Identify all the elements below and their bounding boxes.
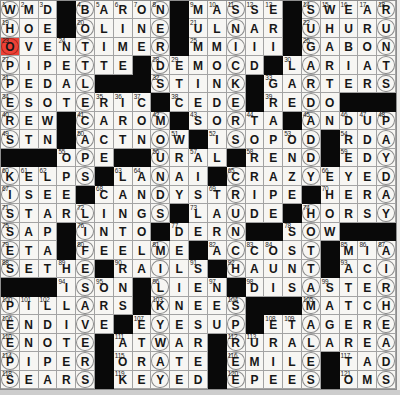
cell-r18c18[interactable]: G xyxy=(321,315,340,333)
cell-r1c21[interactable]: 18R xyxy=(377,1,396,19)
cell-r16c11[interactable]: E xyxy=(189,278,208,296)
cell-r9c6[interactable]: E xyxy=(95,149,114,167)
cell-r4c4[interactable]: E xyxy=(57,56,76,74)
cell-r2c9[interactable]: E xyxy=(151,19,170,37)
cell-r11c9[interactable]: D xyxy=(151,186,170,204)
cell-r14c21[interactable]: 87A xyxy=(377,241,396,259)
cell-r7c2[interactable]: E xyxy=(20,112,39,130)
cell-r3c20[interactable]: O xyxy=(358,38,377,56)
cell-r9c10[interactable]: R xyxy=(170,149,189,167)
cell-r16c7[interactable]: N xyxy=(114,278,133,296)
cell-r15c15[interactable]: U xyxy=(264,260,283,278)
cell-r17c1[interactable]: 100P xyxy=(1,297,20,315)
cell-r9c21[interactable]: Y xyxy=(377,149,396,167)
cell-r20c10[interactable]: T xyxy=(170,352,189,370)
cell-r6c3[interactable]: O xyxy=(39,93,58,111)
cell-r11c2[interactable]: S xyxy=(20,186,39,204)
cell-r19c1[interactable]: 110E xyxy=(1,334,20,352)
cell-r15c5[interactable]: E xyxy=(76,260,95,278)
cell-r16c9[interactable]: 96L xyxy=(151,278,170,296)
cell-r20c16[interactable]: L xyxy=(283,352,302,370)
cell-r20c15[interactable]: I xyxy=(264,352,283,370)
cell-r4c5[interactable]: T xyxy=(76,56,95,74)
cell-r8c16[interactable]: 53O xyxy=(283,130,302,148)
cell-r1c7[interactable]: 6R xyxy=(114,1,133,19)
cell-r7c5[interactable]: 41C xyxy=(76,112,95,130)
cell-r12c17[interactable]: 74H xyxy=(302,204,321,222)
cell-r12c5[interactable]: 72L xyxy=(76,204,95,222)
cell-r8c3[interactable]: N xyxy=(39,130,58,148)
cell-r19c15[interactable]: R xyxy=(264,334,283,352)
cell-r11c19[interactable]: E xyxy=(340,186,359,204)
cell-r2c12[interactable]: L xyxy=(208,19,227,37)
cell-r16c19[interactable]: T xyxy=(340,278,359,296)
cell-r14c3[interactable]: A xyxy=(39,241,58,259)
cell-r19c8[interactable]: T xyxy=(133,334,152,352)
cell-r18c5[interactable]: V xyxy=(76,315,95,333)
cell-r20c11[interactable]: E xyxy=(189,352,208,370)
cell-r4c3[interactable]: P xyxy=(39,56,58,74)
cell-r9c5[interactable]: P xyxy=(76,149,95,167)
cell-r1c12[interactable]: 10A xyxy=(208,1,227,19)
cell-r14c12[interactable]: 82A xyxy=(208,241,227,259)
cell-r14c17[interactable]: T xyxy=(302,241,321,259)
cell-r9c9[interactable]: 56U xyxy=(151,149,170,167)
cell-r13c7[interactable]: T xyxy=(114,223,133,241)
cell-r5c11[interactable]: I xyxy=(189,75,208,93)
cell-r5c1[interactable]: 31P xyxy=(1,75,20,93)
cell-r10c3[interactable]: 62L xyxy=(39,167,58,185)
cell-r11c4[interactable]: E xyxy=(57,186,76,204)
cell-r3c18[interactable]: A xyxy=(321,38,340,56)
cell-r8c1[interactable]: 49S xyxy=(1,130,20,148)
cell-r7c1[interactable]: 40R xyxy=(1,112,20,130)
cell-r9c17[interactable]: D xyxy=(302,149,321,167)
cell-r9c11[interactable]: 57A xyxy=(189,149,208,167)
cell-r5c13[interactable]: K xyxy=(227,75,246,93)
cell-r10c4[interactable]: P xyxy=(57,167,76,185)
cell-r17c4[interactable]: L xyxy=(57,297,76,315)
cell-r13c6[interactable]: N xyxy=(95,223,114,241)
cell-r19c20[interactable]: E xyxy=(358,334,377,352)
cell-r2c6[interactable]: L xyxy=(95,19,114,37)
cell-r18c21[interactable]: E xyxy=(377,315,396,333)
cell-r6c2[interactable]: S xyxy=(20,93,39,111)
cell-r13c3[interactable]: P xyxy=(39,223,58,241)
cell-r18c13[interactable]: P xyxy=(227,315,246,333)
cell-r20c17[interactable]: E xyxy=(302,352,321,370)
cell-r13c16[interactable]: 78S xyxy=(283,223,302,241)
cell-r11c6[interactable]: 68C xyxy=(95,186,114,204)
cell-r17c10[interactable]: N xyxy=(170,297,189,315)
cell-r8c2[interactable]: T xyxy=(20,130,39,148)
cell-r1c14[interactable]: 12S xyxy=(246,1,265,19)
cell-r13c5[interactable]: 76I xyxy=(76,223,95,241)
cell-r10c16[interactable]: Z xyxy=(283,167,302,185)
cell-r4c20[interactable]: A xyxy=(358,56,377,74)
cell-r1c9[interactable]: 8N xyxy=(151,1,170,19)
cell-r18c2[interactable]: N xyxy=(20,315,39,333)
cell-r1c6[interactable]: 5A xyxy=(95,1,114,19)
cell-r4c1[interactable]: 27P xyxy=(1,56,20,74)
cell-r3c4[interactable]: 24N xyxy=(57,38,76,56)
cell-r20c9[interactable]: A xyxy=(151,352,170,370)
cell-r2c18[interactable]: H xyxy=(321,19,340,37)
cell-r8c9[interactable]: O xyxy=(151,130,170,148)
cell-r14c9[interactable]: 81M xyxy=(151,241,170,259)
cell-r9c15[interactable]: E xyxy=(264,149,283,167)
cell-r8c21[interactable]: A xyxy=(377,130,396,148)
cell-r4c6[interactable]: T xyxy=(95,56,114,74)
cell-r3c12[interactable]: M xyxy=(208,38,227,56)
cell-r10c18[interactable]: 66E xyxy=(321,167,340,185)
cell-r6c8[interactable]: 37C xyxy=(133,93,152,111)
cell-r10c14[interactable]: R xyxy=(246,167,265,185)
cell-r3c3[interactable]: E xyxy=(39,38,58,56)
cell-r20c4[interactable]: E xyxy=(57,352,76,370)
cell-r15c21[interactable]: I xyxy=(377,260,396,278)
cell-r11c11[interactable]: S xyxy=(189,186,208,204)
cell-r15c20[interactable]: C xyxy=(358,260,377,278)
cell-r16c16[interactable]: S xyxy=(283,278,302,296)
cell-r4c9[interactable]: 28D xyxy=(151,56,170,74)
cell-r9c14[interactable]: 58R xyxy=(246,149,265,167)
cell-r10c15[interactable]: A xyxy=(264,167,283,185)
cell-r15c17[interactable]: T xyxy=(302,260,321,278)
cell-r1c3[interactable]: 3D xyxy=(39,1,58,19)
cell-r7c7[interactable]: R xyxy=(114,112,133,130)
cell-r18c1[interactable]: 106E xyxy=(1,315,20,333)
cell-r12c3[interactable]: A xyxy=(39,204,58,222)
cell-r14c14[interactable]: 83C xyxy=(246,241,265,259)
cell-r18c12[interactable]: U xyxy=(208,315,227,333)
cell-r17c7[interactable]: S xyxy=(114,297,133,315)
cell-r21c20[interactable]: M xyxy=(358,371,377,389)
cell-r8c7[interactable]: T xyxy=(114,130,133,148)
cell-r13c13[interactable]: N xyxy=(227,223,246,241)
cell-r7c20[interactable]: 47U xyxy=(358,112,377,130)
cell-r3c21[interactable]: N xyxy=(377,38,396,56)
cell-r2c21[interactable]: U xyxy=(377,19,396,37)
cell-r19c5[interactable]: E xyxy=(76,334,95,352)
cell-r9c20[interactable]: D xyxy=(358,149,377,167)
cell-r2c7[interactable]: I xyxy=(114,19,133,37)
cell-r15c8[interactable]: A xyxy=(133,260,152,278)
cell-r12c8[interactable]: G xyxy=(133,204,152,222)
cell-r16c20[interactable]: E xyxy=(358,278,377,296)
cell-r9c19[interactable]: 59E xyxy=(340,149,359,167)
cell-r21c19[interactable]: 121O xyxy=(340,371,359,389)
cell-r18c6[interactable]: E xyxy=(95,315,114,333)
cell-r11c8[interactable]: N xyxy=(133,186,152,204)
cell-r10c21[interactable]: D xyxy=(377,167,396,185)
cell-r6c4[interactable]: T xyxy=(57,93,76,111)
cell-r3c1[interactable]: 23O xyxy=(1,38,20,56)
cell-r5c20[interactable]: R xyxy=(358,75,377,93)
cell-r8c6[interactable]: C xyxy=(95,130,114,148)
cell-r14c19[interactable]: 85M xyxy=(340,241,359,259)
cell-r7c19[interactable]: 46D xyxy=(340,112,359,130)
cell-r1c11[interactable]: 9M xyxy=(189,1,208,19)
cell-r10c5[interactable]: S xyxy=(76,167,95,185)
cell-r19c18[interactable]: A xyxy=(321,334,340,352)
cell-r18c11[interactable]: S xyxy=(189,315,208,333)
cell-r11c15[interactable]: P xyxy=(264,186,283,204)
cell-r21c1[interactable]: 118S xyxy=(1,371,20,389)
cell-r7c3[interactable]: W xyxy=(39,112,58,130)
cell-r18c4[interactable]: I xyxy=(57,315,76,333)
cell-r4c21[interactable]: T xyxy=(377,56,396,74)
cell-r11c3[interactable]: E xyxy=(39,186,58,204)
cell-r6c7[interactable]: 36I xyxy=(114,93,133,111)
cell-r10c13[interactable]: 65C xyxy=(227,167,246,185)
cell-r19c9[interactable]: W xyxy=(151,334,170,352)
cell-r3c17[interactable]: 26G xyxy=(302,38,321,56)
cell-r3c8[interactable]: E xyxy=(133,38,152,56)
cell-r6c6[interactable]: 35R xyxy=(95,93,114,111)
cell-r7c8[interactable]: O xyxy=(133,112,152,130)
cell-r8c8[interactable]: N xyxy=(133,130,152,148)
cell-r3c6[interactable]: I xyxy=(95,38,114,56)
cell-r1c20[interactable]: 17A xyxy=(358,1,377,19)
cell-r18c8[interactable]: 107E xyxy=(133,315,152,333)
cell-r5c2[interactable]: E xyxy=(20,75,39,93)
cell-r15c16[interactable]: N xyxy=(283,260,302,278)
cell-r14c1[interactable]: 79E xyxy=(1,241,20,259)
cell-r1c1[interactable]: 1W xyxy=(1,1,20,19)
cell-r7c14[interactable]: 44T xyxy=(246,112,265,130)
cell-r16c21[interactable]: R xyxy=(377,278,396,296)
cell-r15c10[interactable]: L xyxy=(170,260,189,278)
cell-r11c14[interactable]: I xyxy=(246,186,265,204)
cell-r14c13[interactable]: C xyxy=(227,241,246,259)
cell-r4c16[interactable]: 30L xyxy=(283,56,302,74)
cell-r7c6[interactable]: A xyxy=(95,112,114,130)
cell-r15c4[interactable]: 89H xyxy=(57,260,76,278)
cell-r19c13[interactable]: 112R xyxy=(227,334,246,352)
cell-r16c14[interactable]: 98D xyxy=(246,278,265,296)
cell-r15c19[interactable]: 93A xyxy=(340,260,359,278)
cell-r20c2[interactable]: I xyxy=(20,352,39,370)
cell-r15c9[interactable]: I xyxy=(151,260,170,278)
cell-r21c2[interactable]: E xyxy=(20,371,39,389)
cell-r13c18[interactable]: W xyxy=(321,223,340,241)
cell-r15c1[interactable]: 88S xyxy=(1,260,20,278)
cell-r20c1[interactable]: 114P xyxy=(1,352,20,370)
cell-r3c11[interactable]: 25M xyxy=(189,38,208,56)
cell-r2c15[interactable]: R xyxy=(264,19,283,37)
cell-r21c4[interactable]: R xyxy=(57,371,76,389)
cell-r20c20[interactable]: A xyxy=(358,352,377,370)
cell-r12c6[interactable]: I xyxy=(95,204,114,222)
cell-r11c10[interactable]: Y xyxy=(170,186,189,204)
cell-r10c2[interactable]: 61E xyxy=(20,167,39,185)
cell-r3c9[interactable]: R xyxy=(151,38,170,56)
cell-r16c15[interactable]: I xyxy=(264,278,283,296)
cell-r12c9[interactable]: S xyxy=(151,204,170,222)
cell-r4c2[interactable]: I xyxy=(20,56,39,74)
cell-r19c7[interactable]: 111A xyxy=(114,334,133,352)
cell-r5c21[interactable]: S xyxy=(377,75,396,93)
cell-r12c20[interactable]: S xyxy=(358,204,377,222)
cell-r16c10[interactable]: I xyxy=(170,278,189,296)
cell-r13c2[interactable]: A xyxy=(20,223,39,241)
cell-r17c20[interactable]: C xyxy=(358,297,377,315)
cell-r12c21[interactable]: Y xyxy=(377,204,396,222)
cell-r7c18[interactable]: N xyxy=(321,112,340,130)
cell-r10c17[interactable]: Y xyxy=(302,167,321,185)
cell-r2c5[interactable]: 20O xyxy=(76,19,95,37)
cell-r12c12[interactable]: A xyxy=(208,204,227,222)
cell-r6c10[interactable]: 38C xyxy=(170,93,189,111)
cell-r19c2[interactable]: N xyxy=(20,334,39,352)
cell-r14c16[interactable]: S xyxy=(283,241,302,259)
cell-r19c21[interactable]: A xyxy=(377,334,396,352)
cell-r11c13[interactable]: R xyxy=(227,186,246,204)
cell-r6c11[interactable]: E xyxy=(189,93,208,111)
cell-r6c5[interactable]: E xyxy=(76,93,95,111)
cell-r15c3[interactable]: T xyxy=(39,260,58,278)
cell-r15c14[interactable]: A xyxy=(246,260,265,278)
cell-r7c12[interactable]: O xyxy=(208,112,227,130)
cell-r2c14[interactable]: A xyxy=(246,19,265,37)
cell-r14c8[interactable]: L xyxy=(133,241,152,259)
cell-r5c17[interactable]: R xyxy=(302,75,321,93)
cell-r19c14[interactable]: 113U xyxy=(246,334,265,352)
cell-r19c19[interactable]: R xyxy=(340,334,359,352)
cell-r2c8[interactable]: N xyxy=(133,19,152,37)
cell-r10c19[interactable]: Y xyxy=(340,167,359,185)
cell-r6c17[interactable]: D xyxy=(302,93,321,111)
cell-r20c13[interactable]: 116E xyxy=(227,352,246,370)
cell-r8c17[interactable]: D xyxy=(302,130,321,148)
cell-r21c3[interactable]: A xyxy=(39,371,58,389)
cell-r17c12[interactable]: E xyxy=(208,297,227,315)
cell-r21c5[interactable]: S xyxy=(76,371,95,389)
cell-r15c2[interactable]: E xyxy=(20,260,39,278)
cell-r21c14[interactable]: P xyxy=(246,371,265,389)
cell-r5c16[interactable]: A xyxy=(283,75,302,93)
cell-r17c6[interactable]: R xyxy=(95,297,114,315)
cell-r3c5[interactable]: T xyxy=(76,38,95,56)
cell-r5c19[interactable]: E xyxy=(340,75,359,93)
cell-r10c1[interactable]: 60K xyxy=(1,167,20,185)
cell-r3c15[interactable]: I xyxy=(264,38,283,56)
cell-r4c12[interactable]: O xyxy=(208,56,227,74)
cell-r12c19[interactable]: R xyxy=(340,204,359,222)
cell-r8c12[interactable]: 52I xyxy=(208,130,227,148)
cell-r5c15[interactable]: 33G xyxy=(264,75,283,93)
cell-r4c19[interactable]: I xyxy=(340,56,359,74)
cell-r12c4[interactable]: R xyxy=(57,204,76,222)
cell-r5c10[interactable]: T xyxy=(170,75,189,93)
cell-r8c5[interactable]: 50A xyxy=(76,130,95,148)
cell-r20c14[interactable]: M xyxy=(246,352,265,370)
cell-r14c7[interactable]: E xyxy=(114,241,133,259)
cell-r13c11[interactable]: E xyxy=(189,223,208,241)
cell-r15c13[interactable]: 92H xyxy=(227,260,246,278)
cell-r11c12[interactable]: 69T xyxy=(208,186,227,204)
cell-r21c15[interactable]: E xyxy=(264,371,283,389)
cell-r14c10[interactable]: E xyxy=(170,241,189,259)
cell-r6c1[interactable]: 34E xyxy=(1,93,20,111)
cell-r21c16[interactable]: E xyxy=(283,371,302,389)
cell-r10c11[interactable]: I xyxy=(189,167,208,185)
cell-r11c18[interactable]: 70H xyxy=(321,186,340,204)
cell-r8c20[interactable]: D xyxy=(358,130,377,148)
cell-r20c8[interactable]: R xyxy=(133,352,152,370)
cell-r17c21[interactable]: H xyxy=(377,297,396,315)
cell-r2c13[interactable]: N xyxy=(227,19,246,37)
cell-r12c13[interactable]: U xyxy=(227,204,246,222)
cell-r20c19[interactable]: 117T xyxy=(340,352,359,370)
cell-r19c17[interactable]: L xyxy=(302,334,321,352)
cell-r5c4[interactable]: A xyxy=(57,75,76,93)
cell-r14c15[interactable]: 84O xyxy=(264,241,283,259)
cell-r4c7[interactable]: E xyxy=(114,56,133,74)
cell-r12c14[interactable]: D xyxy=(246,204,265,222)
cell-r8c15[interactable]: P xyxy=(264,130,283,148)
cell-r3c7[interactable]: M xyxy=(114,38,133,56)
cell-r20c7[interactable]: 115O xyxy=(114,352,133,370)
cell-r21c8[interactable]: E xyxy=(133,371,152,389)
cell-r8c14[interactable]: O xyxy=(246,130,265,148)
cell-r17c18[interactable]: A xyxy=(321,297,340,315)
cell-r7c21[interactable]: 48P xyxy=(377,112,396,130)
cell-r7c9[interactable]: 42M xyxy=(151,112,170,130)
cell-r17c3[interactable]: 102L xyxy=(39,297,58,315)
cell-r10c10[interactable]: A xyxy=(170,167,189,185)
cell-r5c3[interactable]: D xyxy=(39,75,58,93)
cell-r14c6[interactable]: E xyxy=(95,241,114,259)
cell-r4c18[interactable]: R xyxy=(321,56,340,74)
cell-r6c15[interactable]: 39R xyxy=(264,93,283,111)
cell-r13c10[interactable]: 77D xyxy=(170,223,189,241)
cell-r6c16[interactable]: E xyxy=(283,93,302,111)
cell-r21c21[interactable]: S xyxy=(377,371,396,389)
cell-r2c11[interactable]: 21U xyxy=(189,19,208,37)
cell-r5c9[interactable]: 32S xyxy=(151,75,170,93)
cell-r5c5[interactable]: L xyxy=(76,75,95,93)
cell-r7c17[interactable]: 45A xyxy=(302,112,321,130)
cell-r9c16[interactable]: N xyxy=(283,149,302,167)
cell-r1c15[interactable]: 13E xyxy=(264,1,283,19)
cell-r18c10[interactable]: E xyxy=(170,315,189,333)
cell-r2c3[interactable]: E xyxy=(39,19,58,37)
cell-r5c12[interactable]: N xyxy=(208,75,227,93)
cell-r1c8[interactable]: 7O xyxy=(133,1,152,19)
cell-r8c10[interactable]: 51W xyxy=(170,130,189,148)
cell-r12c1[interactable]: 71S xyxy=(1,204,20,222)
cell-r19c4[interactable]: T xyxy=(57,334,76,352)
cell-r17c13[interactable]: 104S xyxy=(227,297,246,315)
cell-r11c16[interactable]: E xyxy=(283,186,302,204)
cell-r4c17[interactable]: A xyxy=(302,56,321,74)
cell-r6c13[interactable]: E xyxy=(227,93,246,111)
cell-r6c18[interactable]: O xyxy=(321,93,340,111)
cell-r10c8[interactable]: 64A xyxy=(133,167,152,185)
cell-r11c21[interactable]: A xyxy=(377,186,396,204)
cell-r11c1[interactable]: 67I xyxy=(1,186,20,204)
cell-r11c7[interactable]: A xyxy=(114,186,133,204)
cell-r12c18[interactable]: O xyxy=(321,204,340,222)
cell-r21c9[interactable]: Y xyxy=(151,371,170,389)
cell-r3c2[interactable]: V xyxy=(20,38,39,56)
cell-r12c2[interactable]: T xyxy=(20,204,39,222)
cell-r18c15[interactable]: 108E xyxy=(264,315,283,333)
cell-r9c4[interactable]: 55O xyxy=(57,149,76,167)
cell-r13c17[interactable]: O xyxy=(302,223,321,241)
